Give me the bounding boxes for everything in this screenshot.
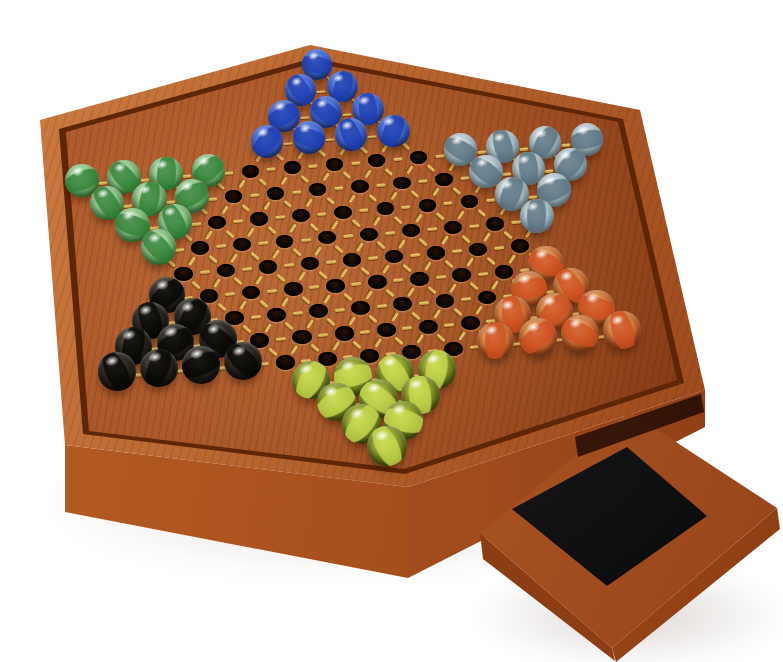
marble-blue[interactable] bbox=[377, 115, 410, 148]
chinese-checkers-board-photo bbox=[0, 0, 783, 662]
marble-red[interactable] bbox=[477, 322, 514, 359]
marble-black[interactable] bbox=[140, 349, 178, 387]
marble-gray[interactable] bbox=[520, 199, 555, 234]
marble-green[interactable] bbox=[141, 229, 176, 264]
marbles-layer bbox=[0, 0, 783, 662]
marble-blue[interactable] bbox=[251, 125, 284, 158]
marble-red[interactable] bbox=[561, 315, 598, 352]
marble-black[interactable] bbox=[98, 352, 136, 390]
marble-blue[interactable] bbox=[293, 121, 326, 154]
marble-red[interactable] bbox=[603, 311, 640, 348]
marble-black[interactable] bbox=[182, 346, 220, 384]
marble-blue[interactable] bbox=[335, 118, 368, 151]
marble-red[interactable] bbox=[519, 318, 556, 355]
marble-olive[interactable] bbox=[367, 426, 407, 466]
marble-black[interactable] bbox=[224, 342, 262, 380]
